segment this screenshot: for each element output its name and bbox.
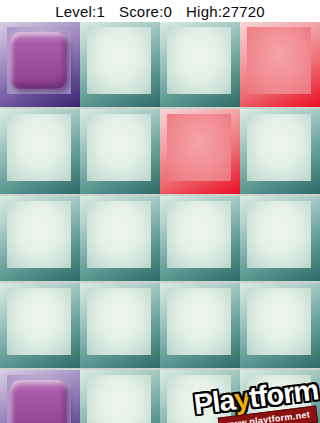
teal-tile-face	[87, 114, 151, 181]
tile-r5c2-teal[interactable]	[80, 370, 160, 423]
teal-tile-face	[247, 201, 311, 268]
teal-tile-face	[7, 288, 71, 355]
high-score-label: High:27720	[186, 3, 265, 20]
teal-tile-face	[7, 201, 71, 268]
teal-tile-face	[87, 27, 151, 94]
tile-r4c3-teal[interactable]	[160, 283, 240, 368]
teal-tile-face	[247, 288, 311, 355]
tile-r3c3-teal[interactable]	[160, 196, 240, 281]
tile-r4c4-teal[interactable]	[240, 283, 320, 368]
tile-r2c4-teal[interactable]	[240, 109, 320, 194]
game-screen: Level:1 Score:0 High:27720 Playtform www…	[0, 0, 320, 423]
red-tile-face	[247, 27, 311, 94]
red-tile-face	[167, 114, 231, 181]
tile-r3c1-teal[interactable]	[0, 196, 80, 281]
teal-tile-face	[87, 375, 151, 423]
tile-r2c3-red[interactable]	[160, 109, 240, 194]
teal-tile-face	[7, 114, 71, 181]
tile-r3c2-teal[interactable]	[80, 196, 160, 281]
level-label: Level:1	[55, 3, 105, 20]
teal-tile-face	[167, 201, 231, 268]
teal-tile-face	[167, 288, 231, 355]
purple-inner-square	[10, 380, 67, 423]
tile-r2c1-teal[interactable]	[0, 109, 80, 194]
hud-bar: Level:1 Score:0 High:27720	[0, 0, 320, 22]
teal-tile-face	[87, 288, 151, 355]
tile-r1c2-teal[interactable]	[80, 22, 160, 107]
game-board	[0, 22, 320, 423]
purple-inner-square	[10, 32, 67, 89]
teal-tile-face	[87, 201, 151, 268]
tile-r4c2-teal[interactable]	[80, 283, 160, 368]
tile-r5c1-purple[interactable]	[0, 370, 80, 423]
tile-r3c4-teal[interactable]	[240, 196, 320, 281]
tile-r4c1-teal[interactable]	[0, 283, 80, 368]
tile-r1c1-purple[interactable]	[0, 22, 80, 107]
tile-r1c3-teal[interactable]	[160, 22, 240, 107]
score-label: Score:0	[119, 3, 172, 20]
teal-tile-face	[247, 114, 311, 181]
teal-tile-face	[167, 27, 231, 94]
tile-r1c4-red[interactable]	[240, 22, 320, 107]
tile-r2c2-teal[interactable]	[80, 109, 160, 194]
